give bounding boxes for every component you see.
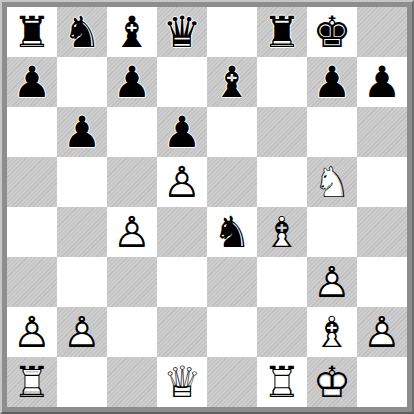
- square-c2[interactable]: [107, 307, 157, 357]
- square-e8[interactable]: [207, 7, 257, 57]
- square-f6[interactable]: [257, 107, 307, 157]
- square-c6[interactable]: [107, 107, 157, 157]
- black-bishop-e7: ♝: [207, 57, 257, 107]
- black-pawn-c7: ♟: [107, 57, 157, 107]
- square-d7[interactable]: [157, 57, 207, 107]
- black-knight-e4: ♞: [207, 207, 257, 257]
- rook-outline-icon: ♖: [257, 357, 307, 407]
- square-b5[interactable]: [57, 157, 107, 207]
- square-e6[interactable]: [207, 107, 257, 157]
- white-pawn-g3: ♟♙: [307, 257, 357, 307]
- bishop-outline-icon: ♗: [257, 207, 307, 257]
- square-f4[interactable]: ♝♗: [257, 207, 307, 257]
- square-d5[interactable]: ♟♙: [157, 157, 207, 207]
- square-c7[interactable]: ♟: [107, 57, 157, 107]
- white-bishop-f4: ♝♗: [257, 207, 307, 257]
- white-pawn-b2: ♟♙: [57, 307, 107, 357]
- queen-outline-icon: ♕: [157, 357, 207, 407]
- square-h4[interactable]: [357, 207, 407, 257]
- square-h3[interactable]: [357, 257, 407, 307]
- square-d3[interactable]: [157, 257, 207, 307]
- white-king-g1: ♚♔: [307, 357, 357, 407]
- pawn-icon: ♟: [357, 57, 407, 107]
- square-b7[interactable]: [57, 57, 107, 107]
- square-g8[interactable]: ♚: [307, 7, 357, 57]
- square-b3[interactable]: [57, 257, 107, 307]
- black-rook-f8: ♜: [257, 7, 307, 57]
- square-e2[interactable]: [207, 307, 257, 357]
- pawn-outline-icon: ♙: [107, 207, 157, 257]
- square-g1[interactable]: ♚♔: [307, 357, 357, 407]
- square-f3[interactable]: [257, 257, 307, 307]
- square-d4[interactable]: [157, 207, 207, 257]
- square-e7[interactable]: ♝: [207, 57, 257, 107]
- square-b1[interactable]: [57, 357, 107, 407]
- square-h6[interactable]: [357, 107, 407, 157]
- square-e4[interactable]: ♞: [207, 207, 257, 257]
- square-a1[interactable]: ♜♖: [7, 357, 57, 407]
- pawn-outline-icon: ♙: [7, 307, 57, 357]
- pawn-outline-icon: ♙: [357, 307, 407, 357]
- pawn-outline-icon: ♙: [307, 257, 357, 307]
- square-d2[interactable]: [157, 307, 207, 357]
- square-b4[interactable]: [57, 207, 107, 257]
- square-d8[interactable]: ♛: [157, 7, 207, 57]
- square-d6[interactable]: ♟: [157, 107, 207, 157]
- square-g2[interactable]: ♝♗: [307, 307, 357, 357]
- black-king-g8: ♚: [307, 7, 357, 57]
- white-pawn-c4: ♟♙: [107, 207, 157, 257]
- square-e3[interactable]: [207, 257, 257, 307]
- rook-icon: ♜: [7, 7, 57, 57]
- pawn-icon: ♟: [157, 107, 207, 157]
- black-rook-a8: ♜: [7, 7, 57, 57]
- square-a5[interactable]: [7, 157, 57, 207]
- square-f1[interactable]: ♜♖: [257, 357, 307, 407]
- square-c3[interactable]: [107, 257, 157, 307]
- rook-icon: ♜: [257, 7, 307, 57]
- black-queen-d8: ♛: [157, 7, 207, 57]
- square-a8[interactable]: ♜: [7, 7, 57, 57]
- black-pawn-g7: ♟: [307, 57, 357, 107]
- black-knight-b8: ♞: [57, 7, 107, 57]
- white-bishop-g2: ♝♗: [307, 307, 357, 357]
- square-g4[interactable]: [307, 207, 357, 257]
- square-h5[interactable]: [357, 157, 407, 207]
- white-rook-a1: ♜♖: [7, 357, 57, 407]
- square-d1[interactable]: ♛♕: [157, 357, 207, 407]
- black-pawn-d6: ♟: [157, 107, 207, 157]
- white-pawn-h2: ♟♙: [357, 307, 407, 357]
- square-c4[interactable]: ♟♙: [107, 207, 157, 257]
- pawn-icon: ♟: [57, 107, 107, 157]
- square-g7[interactable]: ♟: [307, 57, 357, 107]
- knight-outline-icon: ♘: [307, 157, 357, 207]
- king-icon: ♚: [307, 7, 357, 57]
- chess-board: ♜♞♝♛♜♚♟♟♝♟♟♟♟♟♙♞♘♟♙♞♝♗♟♙♟♙♟♙♝♗♟♙♜♖♛♕♜♖♚♔: [7, 7, 407, 407]
- black-pawn-a7: ♟: [7, 57, 57, 107]
- square-e1[interactable]: [207, 357, 257, 407]
- square-f5[interactable]: [257, 157, 307, 207]
- bishop-icon: ♝: [107, 7, 157, 57]
- pawn-icon: ♟: [7, 57, 57, 107]
- queen-icon: ♛: [157, 7, 207, 57]
- square-h7[interactable]: ♟: [357, 57, 407, 107]
- pawn-icon: ♟: [107, 57, 157, 107]
- square-a3[interactable]: [7, 257, 57, 307]
- square-c8[interactable]: ♝: [107, 7, 157, 57]
- knight-icon: ♞: [57, 7, 107, 57]
- bishop-outline-icon: ♗: [307, 307, 357, 357]
- black-bishop-c8: ♝: [107, 7, 157, 57]
- square-b6[interactable]: ♟: [57, 107, 107, 157]
- square-h1[interactable]: [357, 357, 407, 407]
- square-c1[interactable]: [107, 357, 157, 407]
- square-g6[interactable]: [307, 107, 357, 157]
- square-a2[interactable]: ♟♙: [7, 307, 57, 357]
- square-g3[interactable]: ♟♙: [307, 257, 357, 307]
- knight-icon: ♞: [207, 207, 257, 257]
- black-pawn-h7: ♟: [357, 57, 407, 107]
- square-h8[interactable]: [357, 7, 407, 57]
- pawn-outline-icon: ♙: [57, 307, 107, 357]
- white-rook-f1: ♜♖: [257, 357, 307, 407]
- rook-outline-icon: ♖: [7, 357, 57, 407]
- white-pawn-d5: ♟♙: [157, 157, 207, 207]
- board-frame: ♜♞♝♛♜♚♟♟♝♟♟♟♟♟♙♞♘♟♙♞♝♗♟♙♟♙♟♙♝♗♟♙♜♖♛♕♜♖♚♔: [0, 0, 414, 414]
- white-pawn-a2: ♟♙: [7, 307, 57, 357]
- square-f2[interactable]: [257, 307, 307, 357]
- square-f8[interactable]: ♜: [257, 7, 307, 57]
- white-queen-d1: ♛♕: [157, 357, 207, 407]
- square-c5[interactable]: [107, 157, 157, 207]
- square-e5[interactable]: [207, 157, 257, 207]
- white-knight-g5: ♞♘: [307, 157, 357, 207]
- square-a6[interactable]: [7, 107, 57, 157]
- square-b8[interactable]: ♞: [57, 7, 107, 57]
- square-h2[interactable]: ♟♙: [357, 307, 407, 357]
- bishop-icon: ♝: [207, 57, 257, 107]
- black-pawn-b6: ♟: [57, 107, 107, 157]
- square-g5[interactable]: ♞♘: [307, 157, 357, 207]
- pawn-icon: ♟: [307, 57, 357, 107]
- square-a7[interactable]: ♟: [7, 57, 57, 107]
- square-b2[interactable]: ♟♙: [57, 307, 107, 357]
- square-f7[interactable]: [257, 57, 307, 107]
- square-a4[interactable]: [7, 207, 57, 257]
- king-outline-icon: ♔: [307, 357, 357, 407]
- pawn-outline-icon: ♙: [157, 157, 207, 207]
